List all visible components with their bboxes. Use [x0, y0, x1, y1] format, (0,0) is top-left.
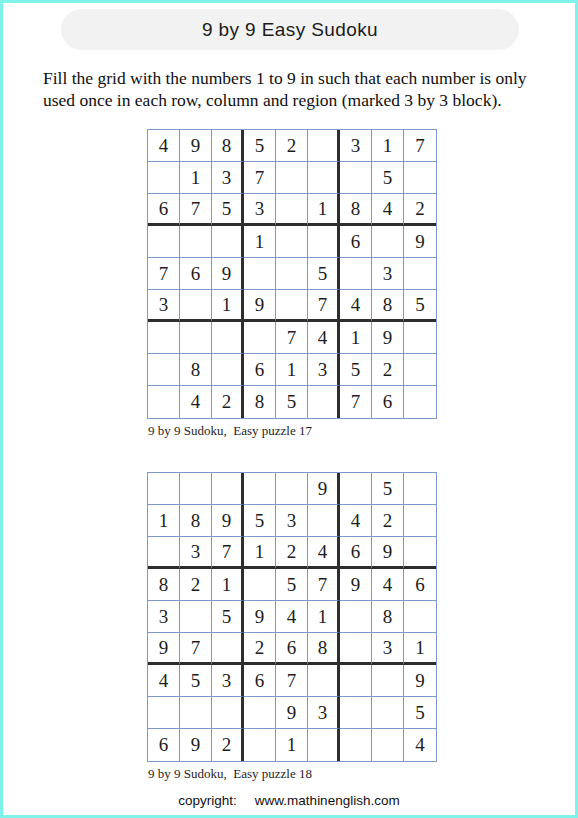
sudoku-cell-r6c8: 8 — [372, 290, 404, 322]
sudoku-cell-r6c4: 2 — [244, 633, 276, 665]
sudoku-cell-r5c8: 3 — [372, 258, 404, 290]
sudoku-cell-r6c1: 9 — [148, 633, 180, 665]
sudoku-cell-r9c8: 6 — [372, 386, 404, 418]
sudoku-cell-r3c3: 7 — [212, 537, 244, 569]
sudoku-cell-r1c1 — [148, 473, 180, 505]
sudoku-cell-r3c8: 9 — [372, 537, 404, 569]
sudoku-cell-r5c6: 5 — [308, 258, 340, 290]
page-title: 9 by 9 Easy Sudoku — [202, 19, 378, 41]
sudoku-cell-r2c9 — [404, 505, 436, 537]
sudoku-cell-r5c3: 9 — [212, 258, 244, 290]
sudoku-cell-r5c9 — [404, 601, 436, 633]
sudoku-cell-r5c5 — [276, 258, 308, 290]
sudoku-cell-r2c2: 8 — [180, 505, 212, 537]
sudoku-cell-r1c7: 3 — [340, 130, 372, 162]
sudoku-cell-r5c2: 6 — [180, 258, 212, 290]
sudoku-cell-r6c5 — [276, 290, 308, 322]
sudoku-cell-r6c6: 8 — [308, 633, 340, 665]
sudoku-cell-r6c1: 3 — [148, 290, 180, 322]
sudoku-cell-r4c1 — [148, 226, 180, 258]
sudoku-cell-r9c9 — [404, 386, 436, 418]
sudoku-cell-r2c9 — [404, 162, 436, 194]
sudoku-cell-r9c7: 7 — [340, 386, 372, 418]
copyright-label: copyright: — [178, 793, 237, 808]
sudoku-cell-r3c9: 2 — [404, 194, 436, 226]
sudoku-cell-r1c6 — [308, 130, 340, 162]
sudoku-cell-r3c3: 5 — [212, 194, 244, 226]
sudoku-cell-r5c6: 1 — [308, 601, 340, 633]
sudoku-cell-r5c7 — [340, 601, 372, 633]
sudoku-cell-r7c6: 4 — [308, 322, 340, 354]
sudoku-cell-r3c5: 2 — [276, 537, 308, 569]
sudoku-cell-r2c2: 1 — [180, 162, 212, 194]
sudoku-cell-r7c5: 7 — [276, 665, 308, 697]
sudoku-cell-r2c8: 2 — [372, 505, 404, 537]
instructions-line-1: Fill the grid with the numbers 1 to 9 in… — [43, 67, 551, 89]
sudoku-cell-r7c8 — [372, 665, 404, 697]
sudoku-cell-r8c4 — [244, 697, 276, 729]
sudoku-cell-r5c2 — [180, 601, 212, 633]
sudoku-cell-r7c7: 1 — [340, 322, 372, 354]
sudoku-cell-r1c3 — [212, 473, 244, 505]
sudoku-cell-r4c6 — [308, 226, 340, 258]
sudoku-cell-r1c5 — [276, 473, 308, 505]
sudoku-cell-r7c2: 5 — [180, 665, 212, 697]
sudoku-cell-r3c5 — [276, 194, 308, 226]
sudoku-cell-r9c2: 9 — [180, 729, 212, 761]
sudoku-cell-r6c3 — [212, 633, 244, 665]
sudoku-cell-r6c9: 1 — [404, 633, 436, 665]
sudoku-cell-r9c6 — [308, 386, 340, 418]
sudoku-cell-r1c9: 7 — [404, 130, 436, 162]
sudoku-cell-r6c2: 7 — [180, 633, 212, 665]
sudoku-cell-r4c9: 6 — [404, 569, 436, 601]
sudoku-cell-r6c7 — [340, 633, 372, 665]
sudoku-cell-r3c6: 1 — [308, 194, 340, 226]
sudoku-cell-r5c7 — [340, 258, 372, 290]
sudoku-cell-r1c3: 8 — [212, 130, 244, 162]
sudoku-cell-r9c2: 4 — [180, 386, 212, 418]
sudoku-cell-r2c4: 7 — [244, 162, 276, 194]
sudoku-cell-r1c1: 4 — [148, 130, 180, 162]
puzzle-17-caption: 9 by 9 Sudoku, Easy puzzle 17 — [148, 423, 312, 439]
sudoku-cell-r5c8: 8 — [372, 601, 404, 633]
sudoku-cell-r3c7: 8 — [340, 194, 372, 226]
sudoku-cell-r2c6 — [308, 505, 340, 537]
sudoku-cell-r4c9: 9 — [404, 226, 436, 258]
sudoku-cell-r9c9: 4 — [404, 729, 436, 761]
sudoku-cell-r7c1: 4 — [148, 665, 180, 697]
sudoku-cell-r2c5: 3 — [276, 505, 308, 537]
sudoku-cell-r6c9: 5 — [404, 290, 436, 322]
sudoku-cell-r4c5: 5 — [276, 569, 308, 601]
sudoku-cell-r4c8: 4 — [372, 569, 404, 601]
sudoku-cell-r3c7: 6 — [340, 537, 372, 569]
sudoku-cell-r9c5: 1 — [276, 729, 308, 761]
sudoku-cell-r7c3: 3 — [212, 665, 244, 697]
puzzle-18-caption: 9 by 9 Sudoku, Easy puzzle 18 — [148, 766, 312, 782]
sudoku-cell-r5c1: 7 — [148, 258, 180, 290]
sudoku-cell-r8c4: 6 — [244, 354, 276, 386]
sudoku-cell-r2c8: 5 — [372, 162, 404, 194]
website-url: www.mathinenglish.com — [255, 793, 400, 808]
worksheet-page: 9 by 9 Easy Sudoku Fill the grid with th… — [0, 0, 578, 818]
sudoku-cell-r8c9 — [404, 354, 436, 386]
sudoku-cell-r4c3 — [212, 226, 244, 258]
sudoku-cell-r4c4: 1 — [244, 226, 276, 258]
sudoku-cell-r3c8: 4 — [372, 194, 404, 226]
sudoku-cell-r7c1 — [148, 322, 180, 354]
sudoku-cell-r6c8: 3 — [372, 633, 404, 665]
sudoku-cell-r8c6: 3 — [308, 354, 340, 386]
sudoku-cell-r5c1: 3 — [148, 601, 180, 633]
sudoku-cell-r3c2: 7 — [180, 194, 212, 226]
sudoku-cell-r3c6: 4 — [308, 537, 340, 569]
sudoku-cell-r7c4 — [244, 322, 276, 354]
sudoku-cell-r1c2 — [180, 473, 212, 505]
sudoku-cell-r5c9 — [404, 258, 436, 290]
sudoku-cell-r8c2: 8 — [180, 354, 212, 386]
sudoku-cell-r2c4: 5 — [244, 505, 276, 537]
sudoku-cell-r8c5: 9 — [276, 697, 308, 729]
sudoku-cell-r2c1: 1 — [148, 505, 180, 537]
sudoku-cell-r7c3 — [212, 322, 244, 354]
sudoku-cell-r3c4: 3 — [244, 194, 276, 226]
sudoku-cell-r1c8: 1 — [372, 130, 404, 162]
sudoku-cell-r4c8 — [372, 226, 404, 258]
sudoku-cell-r7c6 — [308, 665, 340, 697]
sudoku-cell-r9c8 — [372, 729, 404, 761]
sudoku-cell-r6c6: 7 — [308, 290, 340, 322]
sudoku-cell-r8c9: 5 — [404, 697, 436, 729]
sudoku-cell-r3c1: 6 — [148, 194, 180, 226]
sudoku-cell-r6c2 — [180, 290, 212, 322]
sudoku-cell-r8c5: 1 — [276, 354, 308, 386]
sudoku-cell-r6c4: 9 — [244, 290, 276, 322]
sudoku-grid-puzzle-18: 9518953423712469821579463594189726831453… — [147, 472, 437, 762]
sudoku-cell-r7c8: 9 — [372, 322, 404, 354]
sudoku-cell-r6c5: 6 — [276, 633, 308, 665]
sudoku-cell-r2c7: 4 — [340, 505, 372, 537]
sudoku-cell-r7c7 — [340, 665, 372, 697]
sudoku-cell-r1c4 — [244, 473, 276, 505]
sudoku-cell-r1c2: 9 — [180, 130, 212, 162]
sudoku-cell-r8c1 — [148, 354, 180, 386]
sudoku-cell-r9c3: 2 — [212, 386, 244, 418]
sudoku-cell-r2c1 — [148, 162, 180, 194]
sudoku-cell-r7c5: 7 — [276, 322, 308, 354]
sudoku-cell-r6c7: 4 — [340, 290, 372, 322]
sudoku-cell-r9c4: 8 — [244, 386, 276, 418]
sudoku-cell-r8c7: 5 — [340, 354, 372, 386]
footer: copyright:www.mathinenglish.com — [3, 793, 575, 808]
sudoku-cell-r1c7 — [340, 473, 372, 505]
sudoku-cell-r6c3: 1 — [212, 290, 244, 322]
sudoku-cell-r8c3 — [212, 697, 244, 729]
sudoku-cell-r9c1: 6 — [148, 729, 180, 761]
sudoku-cell-r1c6: 9 — [308, 473, 340, 505]
instructions-line-2: used once in each row, column and region… — [43, 89, 551, 111]
sudoku-cell-r5c4 — [244, 258, 276, 290]
sudoku-cell-r4c2: 2 — [180, 569, 212, 601]
sudoku-cell-r8c1 — [148, 697, 180, 729]
sudoku-cell-r4c1: 8 — [148, 569, 180, 601]
sudoku-cell-r8c7 — [340, 697, 372, 729]
sudoku-cell-r4c2 — [180, 226, 212, 258]
sudoku-cell-r4c7: 9 — [340, 569, 372, 601]
sudoku-cell-r7c9: 9 — [404, 665, 436, 697]
sudoku-cell-r8c8: 2 — [372, 354, 404, 386]
sudoku-cell-r5c4: 9 — [244, 601, 276, 633]
sudoku-cell-r3c2: 3 — [180, 537, 212, 569]
sudoku-cell-r2c7 — [340, 162, 372, 194]
sudoku-cell-r4c5 — [276, 226, 308, 258]
instructions: Fill the grid with the numbers 1 to 9 in… — [43, 67, 551, 111]
sudoku-grid-puzzle-17: 4985231713756753184216976953319748574198… — [147, 129, 437, 419]
sudoku-cell-r8c8 — [372, 697, 404, 729]
sudoku-cell-r9c3: 2 — [212, 729, 244, 761]
sudoku-cell-r3c9 — [404, 537, 436, 569]
sudoku-cell-r1c5: 2 — [276, 130, 308, 162]
sudoku-cell-r1c9 — [404, 473, 436, 505]
sudoku-cell-r9c1 — [148, 386, 180, 418]
sudoku-cell-r8c2 — [180, 697, 212, 729]
sudoku-cell-r4c6: 7 — [308, 569, 340, 601]
sudoku-cell-r9c4 — [244, 729, 276, 761]
sudoku-cell-r5c5: 4 — [276, 601, 308, 633]
sudoku-cell-r2c3: 9 — [212, 505, 244, 537]
title-pill: 9 by 9 Easy Sudoku — [61, 9, 519, 50]
sudoku-cell-r7c2 — [180, 322, 212, 354]
sudoku-cell-r3c1 — [148, 537, 180, 569]
sudoku-cell-r1c4: 5 — [244, 130, 276, 162]
sudoku-cell-r9c6 — [308, 729, 340, 761]
sudoku-cell-r4c3: 1 — [212, 569, 244, 601]
sudoku-cell-r9c7 — [340, 729, 372, 761]
sudoku-cell-r3c4: 1 — [244, 537, 276, 569]
sudoku-cell-r8c6: 3 — [308, 697, 340, 729]
sudoku-cell-r7c9 — [404, 322, 436, 354]
sudoku-cell-r2c6 — [308, 162, 340, 194]
sudoku-cell-r1c8: 5 — [372, 473, 404, 505]
sudoku-cell-r7c4: 6 — [244, 665, 276, 697]
sudoku-cell-r8c3 — [212, 354, 244, 386]
sudoku-cell-r4c7: 6 — [340, 226, 372, 258]
sudoku-cell-r4c4 — [244, 569, 276, 601]
sudoku-cell-r2c5 — [276, 162, 308, 194]
sudoku-cell-r5c3: 5 — [212, 601, 244, 633]
sudoku-cell-r9c5: 5 — [276, 386, 308, 418]
sudoku-cell-r2c3: 3 — [212, 162, 244, 194]
